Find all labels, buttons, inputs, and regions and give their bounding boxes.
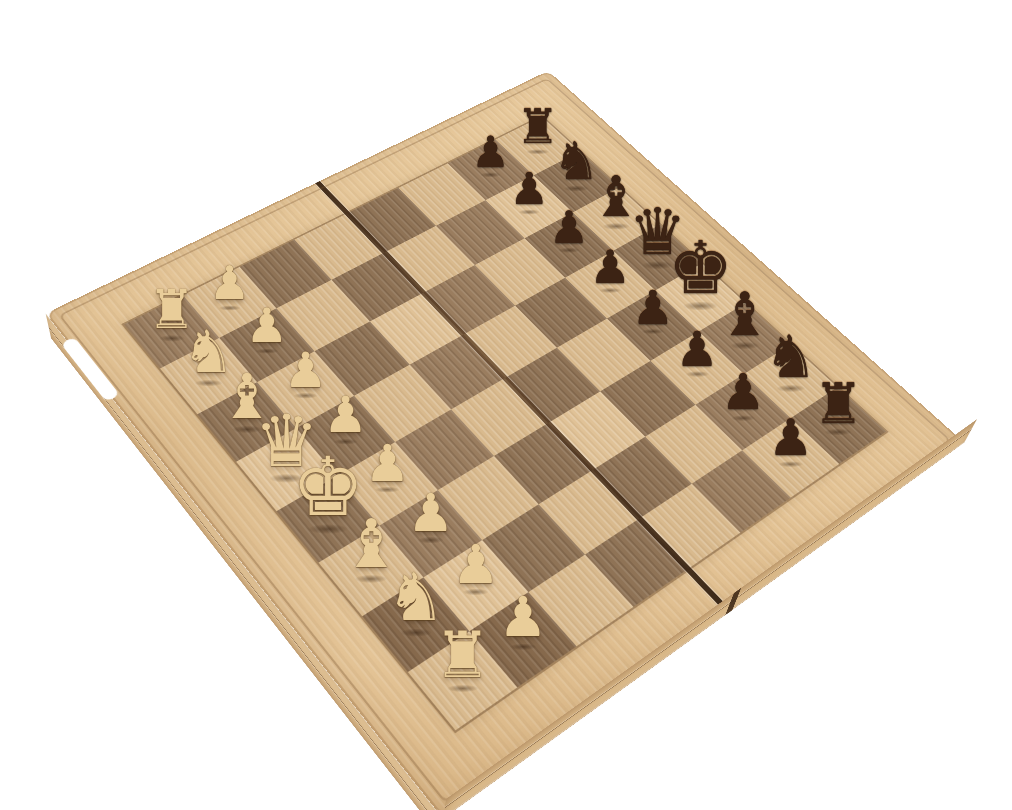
- piece-black-pawn[interactable]: ♟: [632, 283, 674, 330]
- piece-black-pawn[interactable]: ♟: [676, 325, 719, 373]
- pawn-glyph: ♟: [590, 243, 631, 289]
- pawn-glyph: ♟: [284, 346, 328, 395]
- product-photo: Overhead corner view of a folding wooden…: [0, 0, 1012, 810]
- piece-black-pawn[interactable]: ♟: [509, 167, 548, 211]
- piece-white-rook[interactable]: ♜: [434, 624, 491, 687]
- pawn-glyph: ♟: [471, 131, 510, 174]
- square-d3[interactable]: [354, 365, 451, 442]
- rook-glyph: ♜: [434, 624, 491, 687]
- piece-white-pawn[interactable]: ♟: [407, 487, 454, 539]
- pawn-glyph: ♟: [549, 205, 589, 250]
- piece-black-pawn[interactable]: ♟: [721, 368, 765, 417]
- piece-black-pawn[interactable]: ♟: [590, 243, 631, 289]
- piece-white-pawn[interactable]: ♟: [284, 346, 328, 395]
- piece-white-pawn[interactable]: ♟: [323, 391, 368, 441]
- pawn-glyph: ♟: [209, 261, 251, 307]
- piece-white-pawn[interactable]: ♟: [209, 261, 251, 307]
- pawn-glyph: ♟: [452, 537, 500, 591]
- square-e4[interactable]: [451, 378, 548, 456]
- pawn-glyph: ♟: [323, 391, 368, 441]
- pawn-glyph: ♟: [632, 283, 674, 330]
- piece-white-pawn[interactable]: ♟: [452, 537, 500, 591]
- piece-black-rook[interactable]: ♜: [813, 375, 863, 431]
- pawn-glyph: ♟: [509, 167, 548, 211]
- pawn-glyph: ♟: [721, 368, 765, 417]
- piece-black-knight[interactable]: ♞: [764, 328, 817, 387]
- piece-white-pawn[interactable]: ♟: [246, 302, 289, 350]
- piece-black-pawn[interactable]: ♟: [549, 205, 589, 250]
- pawn-glyph: ♟: [676, 325, 719, 373]
- square-h4[interactable]: [585, 518, 688, 606]
- piece-white-pawn[interactable]: ♟: [498, 590, 547, 645]
- pawn-glyph: ♟: [407, 487, 454, 539]
- chess-board: [46, 71, 965, 810]
- square-g5[interactable]: [593, 437, 692, 519]
- pawn-glyph: ♟: [768, 412, 813, 462]
- rook-glyph: ♜: [813, 375, 863, 431]
- pawn-glyph: ♟: [498, 590, 547, 645]
- knight-glyph: ♞: [764, 328, 817, 387]
- piece-black-pawn[interactable]: ♟: [768, 412, 813, 462]
- piece-white-pawn[interactable]: ♟: [365, 438, 411, 489]
- piece-black-pawn[interactable]: ♟: [471, 131, 510, 174]
- square-g4[interactable]: [539, 470, 640, 555]
- square-f5[interactable]: [548, 391, 645, 469]
- pawn-glyph: ♟: [365, 438, 411, 489]
- pawn-glyph: ♟: [246, 302, 289, 350]
- square-h5[interactable]: [639, 484, 740, 569]
- square-f4[interactable]: [494, 423, 593, 504]
